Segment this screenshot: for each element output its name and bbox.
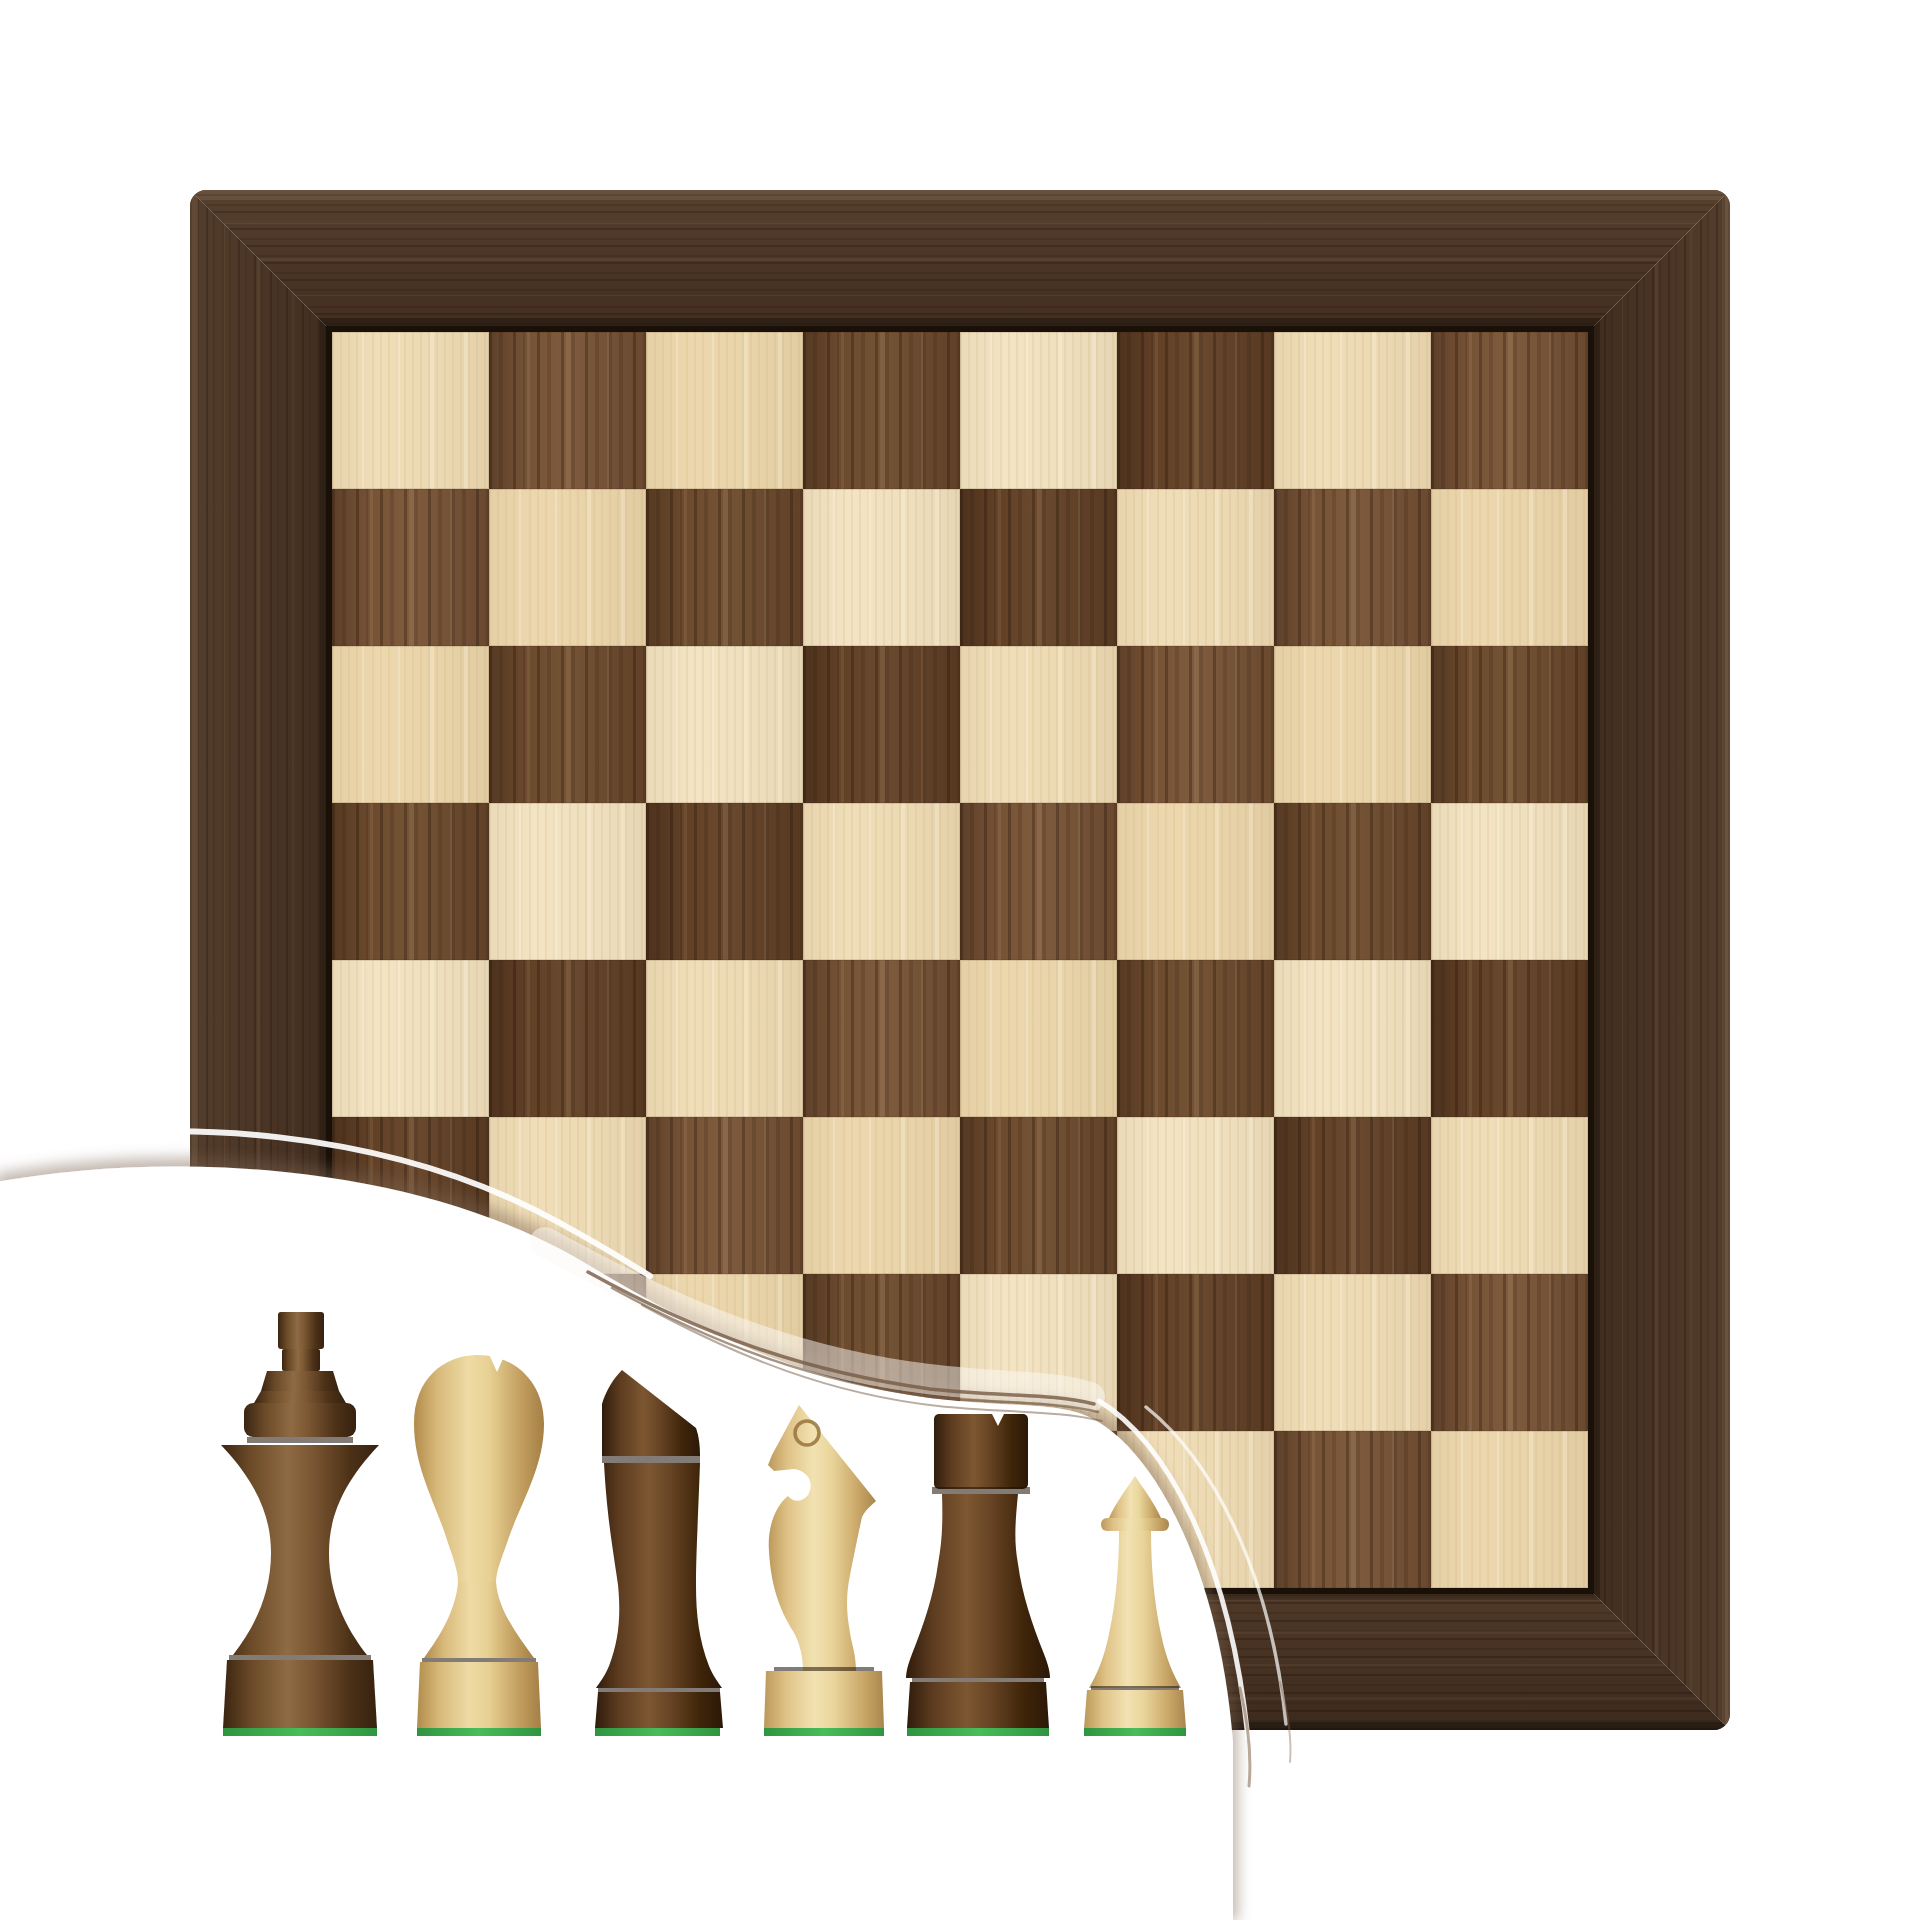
product-photo	[0, 0, 1920, 1920]
piece-dark-rook	[906, 1414, 1050, 1736]
piece-dark-bishop	[595, 1370, 723, 1736]
piece-dark-king	[221, 1312, 379, 1736]
piece-light-queen	[414, 1352, 544, 1736]
piece-light-knight	[764, 1405, 884, 1736]
piece-light-pawn	[1084, 1476, 1186, 1736]
piece-lineup	[0, 0, 1920, 1920]
